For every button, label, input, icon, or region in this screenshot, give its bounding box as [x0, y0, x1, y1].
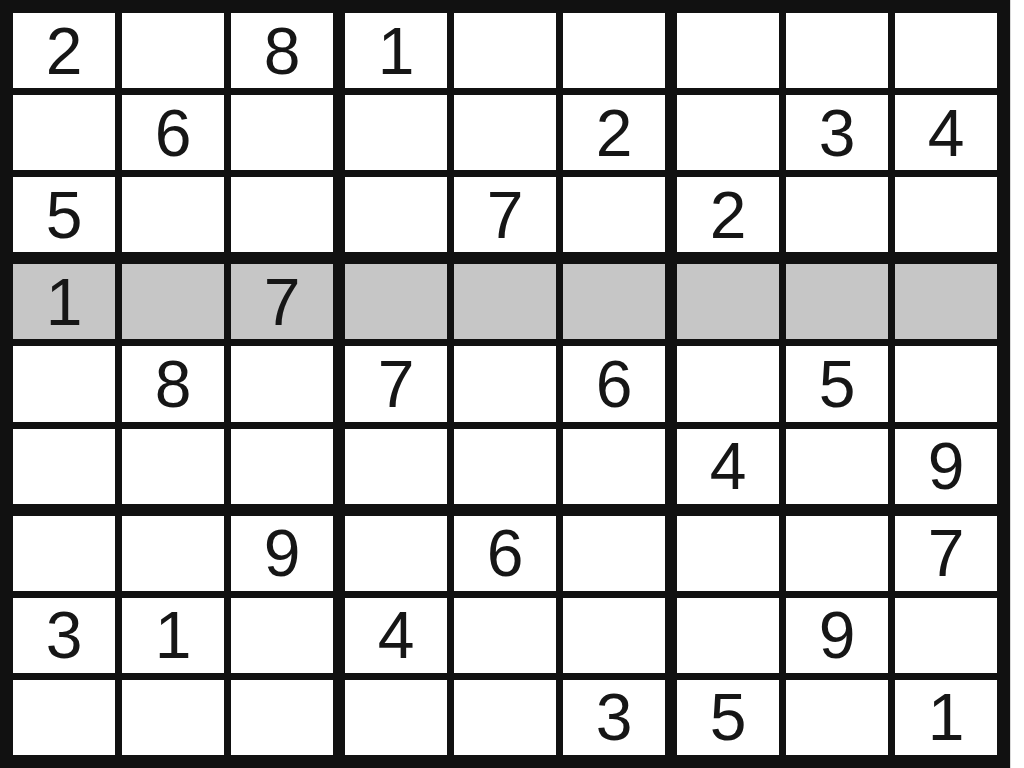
cell-r7c5[interactable]: 6 [454, 516, 556, 591]
cell-r6c9[interactable]: 9 [895, 429, 997, 504]
cell-r4c5[interactable] [454, 264, 556, 339]
cell-r1c5[interactable] [454, 13, 556, 88]
cell-r4c2[interactable] [122, 264, 224, 339]
cell-r6c4[interactable] [345, 429, 447, 504]
cell-r7c8[interactable] [786, 516, 888, 591]
cell-r5c7[interactable] [677, 346, 779, 421]
cell-r7c1[interactable] [13, 516, 115, 591]
cell-r2c5[interactable] [454, 95, 556, 170]
cell-r8c6[interactable] [563, 598, 665, 673]
cell-r3c1[interactable]: 5 [13, 177, 115, 252]
cell-r9c8[interactable] [786, 680, 888, 755]
cell-r6c1[interactable] [13, 429, 115, 504]
cell-r9c9[interactable]: 1 [895, 680, 997, 755]
cell-r1c8[interactable] [786, 13, 888, 88]
cell-r4c9[interactable] [895, 264, 997, 339]
cell-r5c1[interactable] [13, 346, 115, 421]
cell-r9c2[interactable] [122, 680, 224, 755]
cell-r7c9[interactable]: 7 [895, 516, 997, 591]
box-1-2: 127 [345, 13, 665, 252]
cell-r8c1[interactable]: 3 [13, 598, 115, 673]
cell-r5c4[interactable]: 7 [345, 346, 447, 421]
cell-r5c3[interactable] [231, 346, 333, 421]
cell-r9c3[interactable] [231, 680, 333, 755]
cell-r6c8[interactable] [786, 429, 888, 504]
sudoku-board: 2865127342178765499316437951 [0, 0, 1010, 768]
cell-r4c7[interactable] [677, 264, 779, 339]
cell-r6c3[interactable] [231, 429, 333, 504]
box-1-1: 2865 [13, 13, 333, 252]
cell-r8c7[interactable] [677, 598, 779, 673]
cell-r5c5[interactable] [454, 346, 556, 421]
right-gutter [1010, 0, 1024, 768]
box-2-1: 178 [13, 264, 333, 503]
cell-r3c8[interactable] [786, 177, 888, 252]
cell-r4c8[interactable] [786, 264, 888, 339]
cell-r9c1[interactable] [13, 680, 115, 755]
cell-r1c1[interactable]: 2 [13, 13, 115, 88]
cell-r2c8[interactable]: 3 [786, 95, 888, 170]
cell-r2c9[interactable]: 4 [895, 95, 997, 170]
cell-r3c9[interactable] [895, 177, 997, 252]
cell-r8c8[interactable]: 9 [786, 598, 888, 673]
cell-r3c6[interactable] [563, 177, 665, 252]
cell-r2c7[interactable] [677, 95, 779, 170]
cell-r5c2[interactable]: 8 [122, 346, 224, 421]
cell-r2c2[interactable]: 6 [122, 95, 224, 170]
cell-r4c3[interactable]: 7 [231, 264, 333, 339]
cell-r3c7[interactable]: 2 [677, 177, 779, 252]
cell-r2c6[interactable]: 2 [563, 95, 665, 170]
cell-r2c3[interactable] [231, 95, 333, 170]
cell-r2c1[interactable] [13, 95, 115, 170]
cell-r4c6[interactable] [563, 264, 665, 339]
cell-r9c7[interactable]: 5 [677, 680, 779, 755]
cell-r7c2[interactable] [122, 516, 224, 591]
cell-r6c6[interactable] [563, 429, 665, 504]
box-3-3: 7951 [677, 516, 997, 755]
cell-r3c2[interactable] [122, 177, 224, 252]
cell-r3c3[interactable] [231, 177, 333, 252]
cell-r3c5[interactable]: 7 [454, 177, 556, 252]
cell-r9c5[interactable] [454, 680, 556, 755]
cell-r4c1[interactable]: 1 [13, 264, 115, 339]
cell-r5c9[interactable] [895, 346, 997, 421]
box-2-3: 549 [677, 264, 997, 503]
cell-r6c7[interactable]: 4 [677, 429, 779, 504]
cell-r8c4[interactable]: 4 [345, 598, 447, 673]
box-1-3: 342 [677, 13, 997, 252]
cell-r2c4[interactable] [345, 95, 447, 170]
cell-r4c4[interactable] [345, 264, 447, 339]
cell-r8c9[interactable] [895, 598, 997, 673]
cell-r1c7[interactable] [677, 13, 779, 88]
box-2-2: 76 [345, 264, 665, 503]
box-3-1: 931 [13, 516, 333, 755]
cell-r6c2[interactable] [122, 429, 224, 504]
cell-r1c3[interactable]: 8 [231, 13, 333, 88]
cell-r1c2[interactable] [122, 13, 224, 88]
cell-r8c2[interactable]: 1 [122, 598, 224, 673]
cell-r5c6[interactable]: 6 [563, 346, 665, 421]
cell-r1c4[interactable]: 1 [345, 13, 447, 88]
cell-r7c3[interactable]: 9 [231, 516, 333, 591]
cell-r8c3[interactable] [231, 598, 333, 673]
cell-r6c5[interactable] [454, 429, 556, 504]
cell-r9c6[interactable]: 3 [563, 680, 665, 755]
cell-r7c4[interactable] [345, 516, 447, 591]
cell-r1c9[interactable] [895, 13, 997, 88]
cell-r1c6[interactable] [563, 13, 665, 88]
cell-r3c4[interactable] [345, 177, 447, 252]
cell-r8c5[interactable] [454, 598, 556, 673]
cell-r7c7[interactable] [677, 516, 779, 591]
cell-r5c8[interactable]: 5 [786, 346, 888, 421]
cell-r7c6[interactable] [563, 516, 665, 591]
cell-r9c4[interactable] [345, 680, 447, 755]
box-3-2: 643 [345, 516, 665, 755]
